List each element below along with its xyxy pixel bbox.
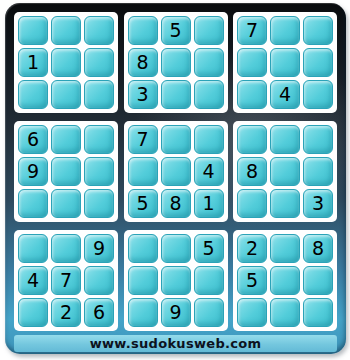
cell-r5c8[interactable]: [270, 157, 300, 186]
cell-r4c9[interactable]: [303, 125, 333, 154]
sudoku-grid: 1583746974581839472659285: [14, 12, 337, 331]
cell-r7c5[interactable]: [161, 234, 191, 263]
cell-r5c1[interactable]: 9: [18, 157, 48, 186]
cell-r4c1[interactable]: 6: [18, 125, 48, 154]
cell-r3c6[interactable]: [194, 80, 224, 109]
cell-r6c6[interactable]: 1: [194, 189, 224, 218]
cell-r8c3[interactable]: [84, 266, 114, 295]
cell-r5c3[interactable]: [84, 157, 114, 186]
cell-r5c7[interactable]: 8: [237, 157, 267, 186]
cell-r7c1[interactable]: [18, 234, 48, 263]
sudoku-board: 1583746974581839472659285 www.sudokusweb…: [5, 3, 346, 354]
cell-r1c5[interactable]: 5: [161, 16, 191, 45]
footer-url[interactable]: www.sudokusweb.com: [90, 336, 262, 351]
cell-r3c4[interactable]: 3: [128, 80, 158, 109]
cell-r9c8[interactable]: [270, 298, 300, 327]
footer-banner[interactable]: www.sudokusweb.com: [14, 335, 337, 352]
cell-r9c2[interactable]: 2: [51, 298, 81, 327]
cell-r5c2[interactable]: [51, 157, 81, 186]
box-6: 83: [233, 121, 337, 222]
cell-r7c9[interactable]: 8: [303, 234, 333, 263]
cell-r6c3[interactable]: [84, 189, 114, 218]
cell-r3c5[interactable]: [161, 80, 191, 109]
cell-r8c9[interactable]: [303, 266, 333, 295]
cell-r4c2[interactable]: [51, 125, 81, 154]
cell-r8c6[interactable]: [194, 266, 224, 295]
cell-r4c3[interactable]: [84, 125, 114, 154]
cell-r6c5[interactable]: 8: [161, 189, 191, 218]
cell-r2c1[interactable]: 1: [18, 48, 48, 77]
box-2: 583: [124, 12, 228, 113]
cell-r7c2[interactable]: [51, 234, 81, 263]
page: 1583746974581839472659285 www.sudokusweb…: [0, 0, 350, 360]
cell-r3c2[interactable]: [51, 80, 81, 109]
cell-r9c4[interactable]: [128, 298, 158, 327]
cell-r8c1[interactable]: 4: [18, 266, 48, 295]
cell-r7c7[interactable]: 2: [237, 234, 267, 263]
cell-r5c4[interactable]: [128, 157, 158, 186]
cell-r4c5[interactable]: [161, 125, 191, 154]
cell-r8c8[interactable]: [270, 266, 300, 295]
cell-r7c8[interactable]: [270, 234, 300, 263]
cell-r3c9[interactable]: [303, 80, 333, 109]
cell-r4c8[interactable]: [270, 125, 300, 154]
cell-r2c8[interactable]: [270, 48, 300, 77]
cell-r4c4[interactable]: 7: [128, 125, 158, 154]
cell-r8c7[interactable]: 5: [237, 266, 267, 295]
cell-r2c3[interactable]: [84, 48, 114, 77]
box-3: 74: [233, 12, 337, 113]
cell-r2c5[interactable]: [161, 48, 191, 77]
cell-r8c2[interactable]: 7: [51, 266, 81, 295]
cell-r1c4[interactable]: [128, 16, 158, 45]
cell-r3c7[interactable]: [237, 80, 267, 109]
cell-r1c3[interactable]: [84, 16, 114, 45]
cell-r3c3[interactable]: [84, 80, 114, 109]
cell-r1c2[interactable]: [51, 16, 81, 45]
cell-r7c4[interactable]: [128, 234, 158, 263]
cell-r1c1[interactable]: [18, 16, 48, 45]
cell-r8c5[interactable]: [161, 266, 191, 295]
box-9: 285: [233, 230, 337, 331]
cell-r4c7[interactable]: [237, 125, 267, 154]
cell-r9c1[interactable]: [18, 298, 48, 327]
cell-r5c9[interactable]: [303, 157, 333, 186]
cell-r1c6[interactable]: [194, 16, 224, 45]
cell-r9c5[interactable]: 9: [161, 298, 191, 327]
cell-r9c3[interactable]: 6: [84, 298, 114, 327]
cell-r5c5[interactable]: [161, 157, 191, 186]
cell-r3c1[interactable]: [18, 80, 48, 109]
cell-r4c6[interactable]: [194, 125, 224, 154]
cell-r7c3[interactable]: 9: [84, 234, 114, 263]
box-4: 69: [14, 121, 118, 222]
box-8: 59: [124, 230, 228, 331]
cell-r9c7[interactable]: [237, 298, 267, 327]
cell-r6c4[interactable]: 5: [128, 189, 158, 218]
cell-r1c7[interactable]: 7: [237, 16, 267, 45]
cell-r6c7[interactable]: [237, 189, 267, 218]
cell-r6c2[interactable]: [51, 189, 81, 218]
cell-r9c9[interactable]: [303, 298, 333, 327]
box-5: 74581: [124, 121, 228, 222]
cell-r2c2[interactable]: [51, 48, 81, 77]
cell-r8c4[interactable]: [128, 266, 158, 295]
cell-r7c6[interactable]: 5: [194, 234, 224, 263]
cell-r3c8[interactable]: 4: [270, 80, 300, 109]
cell-r6c9[interactable]: 3: [303, 189, 333, 218]
cell-r6c8[interactable]: [270, 189, 300, 218]
box-1: 1: [14, 12, 118, 113]
box-7: 94726: [14, 230, 118, 331]
cell-r9c6[interactable]: [194, 298, 224, 327]
cell-r2c9[interactable]: [303, 48, 333, 77]
cell-r6c1[interactable]: [18, 189, 48, 218]
cell-r1c8[interactable]: [270, 16, 300, 45]
cell-r2c4[interactable]: 8: [128, 48, 158, 77]
cell-r1c9[interactable]: [303, 16, 333, 45]
cell-r2c6[interactable]: [194, 48, 224, 77]
cell-r5c6[interactable]: 4: [194, 157, 224, 186]
cell-r2c7[interactable]: [237, 48, 267, 77]
